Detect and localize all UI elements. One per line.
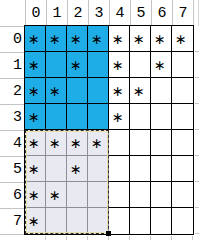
cell-r0c1[interactable]: ∗: [46, 26, 67, 52]
asterisk-mark: ∗: [133, 84, 145, 98]
bottom-tick-marks: [25, 236, 194, 240]
column-header-4[interactable]: 4: [109, 0, 130, 26]
column-header-1[interactable]: 1: [46, 0, 67, 26]
cell-r1c3[interactable]: [88, 52, 109, 78]
cell-r3c6[interactable]: [151, 104, 172, 130]
asterisk-mark: ∗: [133, 32, 145, 46]
cell-r7c2[interactable]: [67, 208, 88, 234]
cell-r6c2[interactable]: [67, 182, 88, 208]
cell-r1c1[interactable]: [46, 52, 67, 78]
cell-r1c4[interactable]: ∗: [109, 52, 130, 78]
cell-r4c1[interactable]: ∗: [46, 130, 67, 156]
grid-widget: 01234567 01234567 ∗∗∗∗∗∗∗∗∗∗∗∗∗∗∗∗∗∗∗∗∗∗…: [0, 0, 216, 250]
cell-r7c6[interactable]: [151, 208, 172, 234]
cell-r3c7[interactable]: [172, 104, 193, 130]
cell-r4c2[interactable]: ∗: [67, 130, 88, 156]
cell-r3c5[interactable]: [130, 104, 151, 130]
row-header-0[interactable]: 0: [0, 26, 25, 52]
cell-r4c6[interactable]: [151, 130, 172, 156]
asterisk-mark: ∗: [28, 58, 40, 72]
row-header-7[interactable]: 7: [0, 208, 25, 234]
asterisk-mark: ∗: [70, 136, 82, 150]
row-headers: 01234567: [0, 26, 25, 235]
cell-r5c4[interactable]: [109, 156, 130, 182]
asterisk-mark: ∗: [28, 188, 40, 202]
cell-r3c4[interactable]: ∗: [109, 104, 130, 130]
asterisk-mark: ∗: [28, 84, 40, 98]
asterisk-mark: ∗: [175, 32, 187, 46]
cell-r5c1[interactable]: [46, 156, 67, 182]
asterisk-mark: ∗: [28, 136, 40, 150]
asterisk-mark: ∗: [28, 162, 40, 176]
cell-r0c0[interactable]: ∗: [25, 26, 46, 52]
cell-r6c4[interactable]: [109, 182, 130, 208]
cell-r4c5[interactable]: [130, 130, 151, 156]
cell-r7c1[interactable]: [46, 208, 67, 234]
cell-r2c0[interactable]: ∗: [25, 78, 46, 104]
cell-r1c0[interactable]: ∗: [25, 52, 46, 78]
cell-r3c2[interactable]: [67, 104, 88, 130]
asterisk-mark: ∗: [49, 136, 61, 150]
asterisk-mark: ∗: [154, 32, 166, 46]
cell-r6c7[interactable]: [172, 182, 193, 208]
cell-r3c3[interactable]: [88, 104, 109, 130]
cell-r4c4[interactable]: [109, 130, 130, 156]
row-header-5[interactable]: 5: [0, 156, 25, 182]
asterisk-mark: ∗: [154, 58, 166, 72]
cell-r2c4[interactable]: ∗: [109, 78, 130, 104]
asterisk-mark: ∗: [91, 32, 103, 46]
cell-r3c0[interactable]: ∗: [25, 104, 46, 130]
cell-r4c0[interactable]: ∗: [25, 130, 46, 156]
cell-r0c2[interactable]: ∗: [67, 26, 88, 52]
cell-r2c3[interactable]: [88, 78, 109, 104]
right-tick-marks: [195, 26, 199, 235]
cell-r5c3[interactable]: [88, 156, 109, 182]
cell-r7c7[interactable]: [172, 208, 193, 234]
cell-r3c1[interactable]: [46, 104, 67, 130]
asterisk-mark: ∗: [112, 110, 124, 124]
cell-r0c5[interactable]: ∗: [130, 26, 151, 52]
cell-r5c2[interactable]: ∗: [67, 156, 88, 182]
asterisk-mark: ∗: [49, 84, 61, 98]
row-header-2[interactable]: 2: [0, 78, 25, 104]
asterisk-mark: ∗: [49, 32, 61, 46]
cell-r6c3[interactable]: [88, 182, 109, 208]
cell-r5c6[interactable]: [151, 156, 172, 182]
asterisk-mark: ∗: [70, 58, 82, 72]
column-header-0[interactable]: 0: [25, 0, 46, 26]
asterisk-mark: ∗: [28, 32, 40, 46]
cell-r2c5[interactable]: ∗: [130, 78, 151, 104]
cell-r0c3[interactable]: ∗: [88, 26, 109, 52]
cell-r5c5[interactable]: [130, 156, 151, 182]
asterisk-mark: ∗: [28, 214, 40, 228]
cell-r1c2[interactable]: ∗: [67, 52, 88, 78]
cell-r4c3[interactable]: ∗: [88, 130, 109, 156]
cell-r1c5[interactable]: [130, 52, 151, 78]
column-header-3[interactable]: 3: [88, 0, 109, 26]
cell-r7c0[interactable]: ∗: [25, 208, 46, 234]
column-header-5[interactable]: 5: [130, 0, 151, 26]
board: ∗∗∗∗∗∗∗∗∗∗∗∗∗∗∗∗∗∗∗∗∗∗∗∗∗∗∗: [24, 25, 194, 235]
cell-r2c7[interactable]: [172, 78, 193, 104]
row-header-6[interactable]: 6: [0, 182, 25, 208]
cell-r6c0[interactable]: ∗: [25, 182, 46, 208]
column-header-7[interactable]: 7: [172, 0, 193, 26]
asterisk-mark: ∗: [112, 58, 124, 72]
asterisk-mark: ∗: [70, 162, 82, 176]
cell-r2c6[interactable]: [151, 78, 172, 104]
cell-r6c5[interactable]: [130, 182, 151, 208]
cell-r1c7[interactable]: [172, 52, 193, 78]
asterisk-mark: ∗: [112, 84, 124, 98]
asterisk-mark: ∗: [112, 32, 124, 46]
cell-r5c7[interactable]: [172, 156, 193, 182]
header-divider-line: [198, 0, 199, 26]
column-headers: 01234567: [25, 0, 194, 26]
cell-r6c1[interactable]: ∗: [46, 182, 67, 208]
cell-r6c6[interactable]: [151, 182, 172, 208]
asterisk-mark: ∗: [49, 188, 61, 202]
cell-r0c6[interactable]: ∗: [151, 26, 172, 52]
cell-r7c4[interactable]: [109, 208, 130, 234]
cell-r4c7[interactable]: [172, 130, 193, 156]
row-header-4[interactable]: 4: [0, 130, 25, 156]
cell-r0c4[interactable]: ∗: [109, 26, 130, 52]
asterisk-mark: ∗: [70, 32, 82, 46]
row-header-1[interactable]: 1: [0, 52, 25, 78]
column-header-2[interactable]: 2: [67, 0, 88, 26]
asterisk-mark: ∗: [28, 110, 40, 124]
cell-r0c7[interactable]: ∗: [172, 26, 193, 52]
asterisk-mark: ∗: [91, 136, 103, 150]
cell-r5c0[interactable]: ∗: [25, 156, 46, 182]
row-header-3[interactable]: 3: [0, 104, 25, 130]
cell-r2c1[interactable]: ∗: [46, 78, 67, 104]
cell-r2c2[interactable]: [67, 78, 88, 104]
cell-r7c5[interactable]: [130, 208, 151, 234]
cell-r1c6[interactable]: ∗: [151, 52, 172, 78]
column-header-6[interactable]: 6: [151, 0, 172, 26]
